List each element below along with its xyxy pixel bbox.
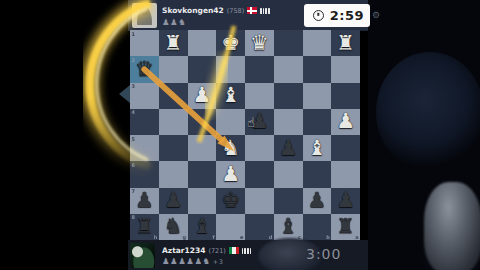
square-b3[interactable] xyxy=(303,83,332,109)
piece-wB-e3[interactable]: ♝ xyxy=(216,83,245,109)
piece-bP-b7[interactable]: ♟ xyxy=(303,188,332,214)
top-player-captured-pieces: ♟♟♞ xyxy=(162,17,186,27)
top-player-name-row: Skovkongen42 (758) xyxy=(162,6,270,15)
square-g3[interactable] xyxy=(159,83,188,109)
square-g5[interactable] xyxy=(159,135,188,161)
piece-bP-g7[interactable]: ♟ xyxy=(159,188,188,214)
square-d7[interactable] xyxy=(245,188,274,214)
piece-wR-g1[interactable]: ♜ xyxy=(159,30,188,56)
material-advantage: +3 xyxy=(213,258,224,266)
square-b4[interactable] xyxy=(303,109,332,135)
piece-bP-c5[interactable]: ♟ xyxy=(274,135,303,161)
square-h1[interactable]: 1 xyxy=(130,30,159,56)
square-h3[interactable]: 3 xyxy=(130,83,159,109)
square-c2[interactable] xyxy=(274,56,303,82)
bottom-player-name-row: Aztar1234 (721) xyxy=(162,246,251,255)
square-d6[interactable] xyxy=(245,161,274,187)
square-c6[interactable] xyxy=(274,161,303,187)
square-e8[interactable]: e xyxy=(216,214,245,240)
square-b1[interactable] xyxy=(303,30,332,56)
square-d8[interactable]: d xyxy=(245,214,274,240)
bottom-player-name[interactable]: Aztar1234 xyxy=(162,246,205,255)
denmark-flag-icon xyxy=(247,7,257,14)
piece-wR-a1[interactable]: ♜ xyxy=(331,30,360,56)
piece-wN-e5[interactable]: ♞ xyxy=(216,135,245,161)
bottom-player-captured-pieces: ♟♟♟♟♟♞ xyxy=(162,256,211,266)
square-a5[interactable] xyxy=(331,135,360,161)
square-b6[interactable] xyxy=(303,161,332,187)
signal-bars-icon xyxy=(242,248,251,254)
piece-wP-a4[interactable]: ♟ xyxy=(331,109,360,135)
square-f4[interactable] xyxy=(188,109,217,135)
avatar-silhouette-icon xyxy=(137,7,152,25)
square-h4[interactable]: 4 xyxy=(130,109,159,135)
square-c7[interactable] xyxy=(274,188,303,214)
square-c4[interactable] xyxy=(274,109,303,135)
square-h6[interactable]: 6 xyxy=(130,161,159,187)
top-player-rating: (758) xyxy=(227,7,244,15)
bottom-player-avatar[interactable] xyxy=(130,243,155,268)
square-d5[interactable] xyxy=(245,135,274,161)
square-f2[interactable] xyxy=(188,56,217,82)
rank-label: 5 xyxy=(132,136,135,142)
piece-bP-h7[interactable]: ♟ xyxy=(130,188,159,214)
square-e4[interactable] xyxy=(216,109,245,135)
square-a6[interactable] xyxy=(331,161,360,187)
piece-bN-g8[interactable]: ♞ xyxy=(159,214,188,240)
square-b2[interactable] xyxy=(303,56,332,82)
rank-label: 3 xyxy=(132,83,135,89)
microphone-blob xyxy=(424,182,480,270)
square-c1[interactable] xyxy=(274,30,303,56)
file-label: b xyxy=(326,234,330,240)
stream-frame: Skovkongen42 (758) ♟♟♞ 2:59 ⚙ 12345678hg… xyxy=(0,0,480,270)
square-g4[interactable] xyxy=(159,109,188,135)
rank-label: 1 xyxy=(132,31,135,37)
square-b8[interactable]: b xyxy=(303,214,332,240)
piece-wQ-d1[interactable]: ♛ xyxy=(245,30,274,56)
bottom-player-captured-row: ♟♟♟♟♟♞+3 xyxy=(162,256,223,267)
top-player-name[interactable]: Skovkongen42 xyxy=(162,6,224,15)
rank-label: 6 xyxy=(132,162,135,168)
square-h5[interactable]: 5 xyxy=(130,135,159,161)
square-f7[interactable] xyxy=(188,188,217,214)
piece-wB-b5[interactable]: ♝ xyxy=(303,135,332,161)
settings-gear-icon[interactable]: ⚙ xyxy=(372,10,380,20)
bottom-player-rating: (721) xyxy=(208,247,225,255)
clock-icon xyxy=(313,10,324,21)
square-f5[interactable] xyxy=(188,135,217,161)
piece-bQ-h2[interactable]: ♛ xyxy=(130,56,159,82)
piece-wP-e6[interactable]: ♟ xyxy=(216,161,245,187)
chess-board[interactable]: 12345678hgfedcba♜♛♚♜♛♝♟♟♟♝♟♞♟♟♟♚♟♟♜♝♝♞♜ xyxy=(130,30,360,240)
top-player-clock: 2:59 xyxy=(304,4,370,27)
piece-bP-a7[interactable]: ♟ xyxy=(331,188,360,214)
italy-flag-icon xyxy=(229,247,239,254)
highlight-notch xyxy=(119,85,130,103)
square-f1[interactable] xyxy=(188,30,217,56)
square-a2[interactable] xyxy=(331,56,360,82)
signal-bars-icon xyxy=(260,8,269,14)
rank-label: 4 xyxy=(132,109,135,115)
square-d3[interactable] xyxy=(245,83,274,109)
piece-bB-f8[interactable]: ♝ xyxy=(188,214,217,240)
file-label: e xyxy=(240,234,243,240)
bottom-player-clock-time: 3:00 xyxy=(306,246,341,262)
top-player-clock-time: 2:59 xyxy=(330,8,364,23)
file-label: d xyxy=(269,234,273,240)
square-d2[interactable] xyxy=(245,56,274,82)
piece-bR-a8[interactable]: ♜ xyxy=(331,214,360,240)
square-e2[interactable] xyxy=(216,56,245,82)
top-player-avatar[interactable] xyxy=(132,3,157,28)
background-sphere xyxy=(376,52,480,172)
avatar-image xyxy=(130,243,155,268)
piece-wP-f3[interactable]: ♟ xyxy=(188,83,217,109)
square-f6[interactable] xyxy=(188,161,217,187)
square-g6[interactable] xyxy=(159,161,188,187)
square-a3[interactable] xyxy=(331,83,360,109)
piece-bR-h8[interactable]: ♜ xyxy=(130,214,159,240)
square-c3[interactable] xyxy=(274,83,303,109)
piece-bP-d4[interactable]: ♟ xyxy=(245,109,274,135)
piece-bB-c8[interactable]: ♝ xyxy=(274,214,303,240)
piece-wK-e1[interactable]: ♚ xyxy=(216,30,245,56)
square-g2[interactable] xyxy=(159,56,188,82)
piece-bK-e7[interactable]: ♚ xyxy=(216,188,245,214)
